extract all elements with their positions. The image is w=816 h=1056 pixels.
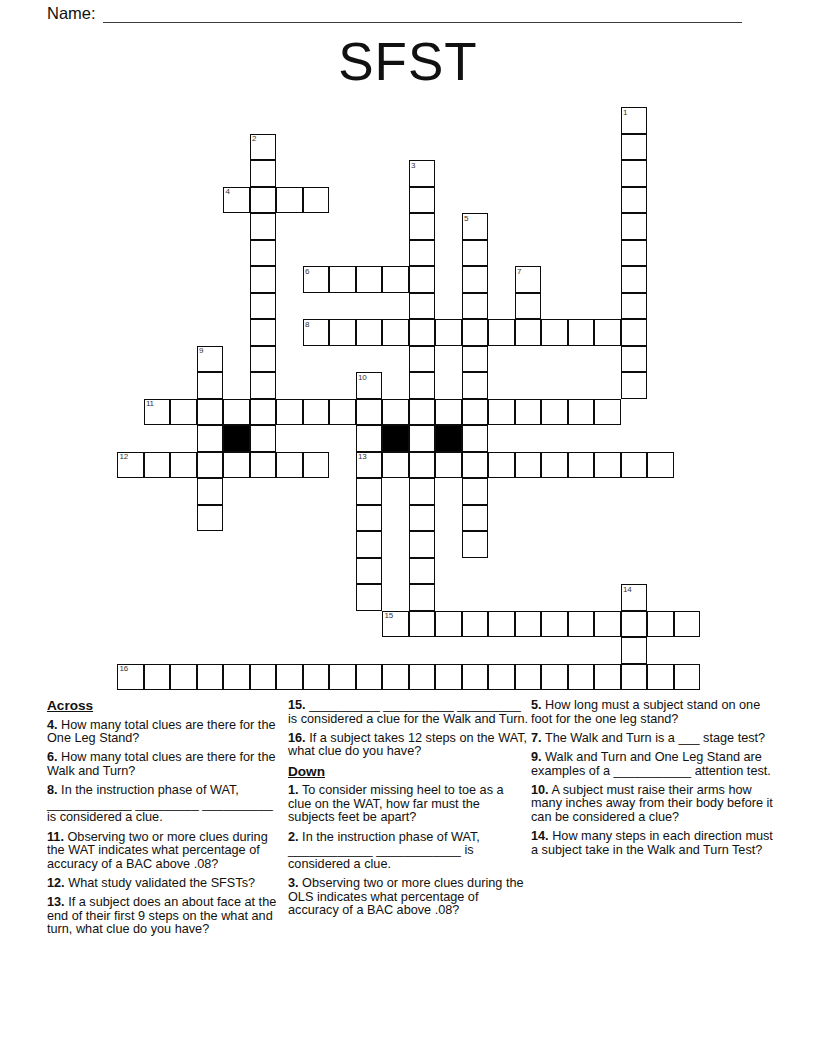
clue-number-label: 15. <box>288 698 306 712</box>
grid-cell[interactable] <box>356 425 383 452</box>
grid-cell[interactable] <box>621 187 648 214</box>
grid-cell[interactable] <box>329 319 356 346</box>
grid-cell[interactable] <box>276 664 303 691</box>
grid-cell[interactable] <box>356 319 383 346</box>
grid-cell[interactable] <box>621 372 648 399</box>
grid-cell[interactable] <box>356 664 383 691</box>
grid-cell[interactable] <box>409 213 436 240</box>
clue-number-label: 8. <box>47 783 58 797</box>
grid-cell[interactable] <box>435 319 462 346</box>
grid-cell[interactable] <box>488 319 515 346</box>
black-cell <box>435 425 462 452</box>
clue-number-label: 14. <box>531 829 549 843</box>
cell-number: 11 <box>146 399 154 409</box>
name-label: Name: <box>47 3 96 23</box>
grid-cell[interactable] <box>462 372 489 399</box>
grid-cell[interactable] <box>197 505 224 532</box>
grid-cell[interactable]: 9 <box>197 346 224 373</box>
grid-cell[interactable] <box>382 664 409 691</box>
grid-cell[interactable]: 12 <box>117 452 144 479</box>
grid-cell[interactable] <box>409 266 436 293</box>
grid-cell[interactable] <box>409 293 436 320</box>
grid-cell[interactable] <box>356 505 383 532</box>
grid-cell[interactable] <box>515 293 542 320</box>
clue-number-label: 3. <box>288 876 299 890</box>
grid-cell[interactable] <box>356 266 383 293</box>
grid-cell[interactable] <box>329 664 356 691</box>
grid-cell[interactable] <box>409 558 436 585</box>
grid-cell[interactable] <box>250 399 277 426</box>
grid-cell[interactable] <box>462 664 489 691</box>
grid-cell[interactable]: 3 <box>409 160 436 187</box>
grid-cell[interactable] <box>621 664 648 691</box>
grid-cell[interactable] <box>435 399 462 426</box>
grid-cell[interactable] <box>488 399 515 426</box>
grid-cell[interactable] <box>515 664 542 691</box>
grid-cell[interactable]: 4 <box>223 187 250 214</box>
grid-cell[interactable] <box>594 399 621 426</box>
clue-across-16: 16. If a subject takes 12 steps on the W… <box>288 732 528 759</box>
grid-cell[interactable] <box>250 213 277 240</box>
grid-cell[interactable] <box>144 664 171 691</box>
clue-number-label: 4. <box>47 718 58 732</box>
grid-cell[interactable]: 11 <box>144 399 171 426</box>
grid-cell[interactable] <box>409 240 436 267</box>
grid-cell[interactable] <box>568 611 595 638</box>
cell-number: 6 <box>305 267 309 277</box>
grid-cell[interactable] <box>462 319 489 346</box>
grid-cell[interactable] <box>621 611 648 638</box>
clues-column-2: 15. __________ __________ _________ is c… <box>288 699 528 923</box>
grid-cell[interactable] <box>621 266 648 293</box>
grid-cell[interactable] <box>197 399 224 426</box>
cell-number: 10 <box>358 373 366 383</box>
grid-cell[interactable] <box>515 452 542 479</box>
clues-column-1: Across4. How many total clues are there … <box>47 699 285 943</box>
grid-cell[interactable] <box>356 478 383 505</box>
across-heading: Across <box>47 699 285 714</box>
grid-cell[interactable] <box>462 452 489 479</box>
grid-cell[interactable] <box>382 399 409 426</box>
grid-cell[interactable] <box>223 452 250 479</box>
cell-number: 1 <box>623 108 627 118</box>
clue-number-label: 10. <box>531 783 549 797</box>
black-cell <box>223 425 250 452</box>
grid-cell[interactable] <box>197 372 224 399</box>
grid-cell[interactable] <box>303 664 330 691</box>
grid-cell[interactable] <box>382 452 409 479</box>
grid-cell[interactable] <box>462 346 489 373</box>
grid-cell[interactable] <box>568 399 595 426</box>
grid-cell[interactable] <box>250 293 277 320</box>
clue-down-14: 14. How many steps in each direction mus… <box>531 830 775 857</box>
grid-cell[interactable] <box>276 399 303 426</box>
name-row: Name: <box>47 3 742 23</box>
grid-cell[interactable] <box>170 399 197 426</box>
clue-across-12: 12. What study validated the SFSTs? <box>47 877 285 891</box>
grid-cell[interactable] <box>594 319 621 346</box>
cell-number: 13 <box>358 452 366 462</box>
grid-cell[interactable]: 2 <box>250 134 277 161</box>
grid-cell[interactable] <box>515 319 542 346</box>
grid-cell[interactable] <box>329 266 356 293</box>
grid-cell[interactable] <box>621 319 648 346</box>
grid-cell[interactable]: 15 <box>382 611 409 638</box>
grid-cell[interactable] <box>594 452 621 479</box>
grid-cell[interactable] <box>541 319 568 346</box>
grid-cell[interactable] <box>621 346 648 373</box>
grid-cell[interactable] <box>462 293 489 320</box>
grid-cell[interactable] <box>197 664 224 691</box>
grid-cell[interactable] <box>409 611 436 638</box>
cell-number: 16 <box>120 664 128 674</box>
clue-number-label: 9. <box>531 750 542 764</box>
grid-cell[interactable] <box>409 505 436 532</box>
cell-number: 7 <box>517 267 521 277</box>
grid-cell[interactable] <box>674 611 701 638</box>
clue-across-13: 13. If a subject does an about face at t… <box>47 896 285 937</box>
name-blank-line[interactable] <box>103 4 742 23</box>
grid-cell[interactable] <box>621 134 648 161</box>
grid-cell[interactable] <box>303 187 330 214</box>
grid-cell[interactable] <box>621 637 648 664</box>
grid-cell[interactable] <box>144 452 171 479</box>
grid-cell[interactable]: 1 <box>621 107 648 134</box>
grid-cell[interactable] <box>568 452 595 479</box>
grid-cell[interactable] <box>594 611 621 638</box>
clues-column-3: 5. How long must a subject stand on one … <box>531 699 775 863</box>
grid-cell[interactable] <box>435 611 462 638</box>
grid-cell[interactable] <box>223 664 250 691</box>
clue-number-label: 16. <box>288 731 306 745</box>
cell-number: 8 <box>305 320 309 330</box>
crossword-grid: 12345678910111213141516 <box>117 107 701 691</box>
grid-cell[interactable] <box>356 531 383 558</box>
grid-cell[interactable]: 14 <box>621 584 648 611</box>
grid-cell[interactable] <box>250 425 277 452</box>
grid-cell[interactable] <box>276 187 303 214</box>
grid-cell[interactable] <box>250 240 277 267</box>
clue-across-8: 8. In the instruction phase of WAT, ____… <box>47 784 285 825</box>
grid-cell[interactable] <box>409 452 436 479</box>
grid-cell[interactable] <box>356 558 383 585</box>
clue-number-label: 7. <box>531 731 542 745</box>
grid-cell[interactable] <box>621 240 648 267</box>
clue-number-label: 6. <box>47 750 58 764</box>
clue-number-label: 13. <box>47 895 65 909</box>
clue-across-15: 15. __________ __________ _________ is c… <box>288 699 528 726</box>
cell-number: 9 <box>199 346 203 356</box>
grid-cell[interactable] <box>382 266 409 293</box>
grid-cell[interactable] <box>409 425 436 452</box>
grid-cell[interactable] <box>250 372 277 399</box>
grid-cell[interactable] <box>568 319 595 346</box>
grid-cell[interactable] <box>621 213 648 240</box>
grid-cell[interactable] <box>250 664 277 691</box>
clue-down-7: 7. The Walk and Turn is a ___ stage test… <box>531 732 775 746</box>
grid-cell[interactable] <box>462 478 489 505</box>
grid-cell[interactable] <box>541 399 568 426</box>
page-title: SFST <box>0 31 816 92</box>
clue-down-5: 5. How long must a subject stand on one … <box>531 699 775 726</box>
grid-cell[interactable] <box>197 425 224 452</box>
clue-down-1: 1. To consider missing heel to toe as a … <box>288 784 528 825</box>
grid-cell[interactable] <box>409 319 436 346</box>
grid-cell[interactable] <box>250 452 277 479</box>
clue-across-4: 4. How many total clues are there for th… <box>47 719 285 746</box>
cell-number: 5 <box>464 214 468 224</box>
grid-cell[interactable] <box>621 293 648 320</box>
clue-across-6: 6. How many total clues are there for th… <box>47 751 285 778</box>
grid-cell[interactable] <box>462 266 489 293</box>
grid-cell[interactable] <box>515 611 542 638</box>
grid-cell[interactable] <box>197 478 224 505</box>
grid-cell[interactable] <box>594 664 621 691</box>
grid-cell[interactable] <box>170 452 197 479</box>
grid-cell[interactable] <box>409 187 436 214</box>
grid-cell[interactable] <box>409 664 436 691</box>
clue-number-label: 2. <box>288 830 299 844</box>
cell-number: 2 <box>252 134 256 144</box>
clue-down-2: 2. In the instruction phase of WAT, ____… <box>288 831 528 872</box>
clue-down-9: 9. Walk and Turn and One Leg Stand are e… <box>531 751 775 778</box>
grid-cell[interactable] <box>488 452 515 479</box>
grid-cell[interactable]: 13 <box>356 452 383 479</box>
cell-number: 4 <box>226 187 230 197</box>
grid-cell[interactable] <box>409 372 436 399</box>
grid-cell[interactable] <box>462 611 489 638</box>
grid-cell[interactable] <box>647 611 674 638</box>
grid-cell[interactable] <box>621 160 648 187</box>
grid-cell[interactable] <box>541 664 568 691</box>
clue-down-3: 3. Observing two or more clues during th… <box>288 877 528 918</box>
clue-number-label: 1. <box>288 783 299 797</box>
grid-cell[interactable] <box>170 664 197 691</box>
grid-cell[interactable] <box>462 240 489 267</box>
grid-cell[interactable] <box>462 505 489 532</box>
grid-cell[interactable] <box>329 399 356 426</box>
grid-cell[interactable] <box>197 452 224 479</box>
grid-cell[interactable] <box>250 319 277 346</box>
grid-cell[interactable]: 16 <box>117 664 144 691</box>
grid-cell[interactable] <box>462 399 489 426</box>
clue-down-10: 10. A subject must raise their arms how … <box>531 784 775 825</box>
grid-cell[interactable] <box>541 611 568 638</box>
clue-number-label: 5. <box>531 698 542 712</box>
grid-cell[interactable] <box>515 399 542 426</box>
grid-cell[interactable] <box>647 664 674 691</box>
grid-cell[interactable] <box>223 399 250 426</box>
grid-cell[interactable]: 7 <box>515 266 542 293</box>
grid-cell[interactable] <box>541 452 568 479</box>
down-heading: Down <box>288 765 528 780</box>
grid-cell[interactable]: 5 <box>462 213 489 240</box>
grid-cell[interactable] <box>568 664 595 691</box>
cell-number: 3 <box>411 161 415 171</box>
grid-cell[interactable] <box>303 452 330 479</box>
clue-number-label: 11. <box>47 830 64 844</box>
cell-number: 14 <box>623 585 631 595</box>
grid-cell[interactable] <box>303 399 330 426</box>
grid-cell[interactable] <box>674 664 701 691</box>
grid-cell[interactable] <box>462 531 489 558</box>
black-cell <box>382 425 409 452</box>
grid-cell[interactable]: 10 <box>356 372 383 399</box>
grid-cell[interactable] <box>462 425 489 452</box>
grid-cell[interactable] <box>382 319 409 346</box>
clue-number-label: 12. <box>47 876 65 890</box>
grid-cell[interactable] <box>621 452 648 479</box>
grid-cell[interactable] <box>409 531 436 558</box>
grid-cell[interactable] <box>488 611 515 638</box>
grid-cell[interactable]: 6 <box>303 266 330 293</box>
clue-across-11: 11. Observing two or more clues during t… <box>47 831 285 872</box>
grid-cell[interactable] <box>488 664 515 691</box>
grid-cell[interactable] <box>250 160 277 187</box>
grid-cell[interactable] <box>250 346 277 373</box>
grid-cell[interactable] <box>356 399 383 426</box>
grid-cell[interactable] <box>647 452 674 479</box>
grid-cell[interactable] <box>250 266 277 293</box>
grid-cell[interactable] <box>276 452 303 479</box>
grid-cell[interactable] <box>409 478 436 505</box>
grid-cell[interactable] <box>409 399 436 426</box>
grid-cell[interactable] <box>409 584 436 611</box>
grid-cell[interactable] <box>250 187 277 214</box>
cell-number: 15 <box>385 611 393 621</box>
grid-cell[interactable]: 8 <box>303 319 330 346</box>
grid-cell[interactable] <box>356 584 383 611</box>
grid-cell[interactable] <box>435 452 462 479</box>
grid-cell[interactable] <box>435 664 462 691</box>
grid-cell[interactable] <box>409 346 436 373</box>
crossword-worksheet: Name: SFST 12345678910111213141516 Acros… <box>0 0 816 1056</box>
cell-number: 12 <box>120 452 128 462</box>
